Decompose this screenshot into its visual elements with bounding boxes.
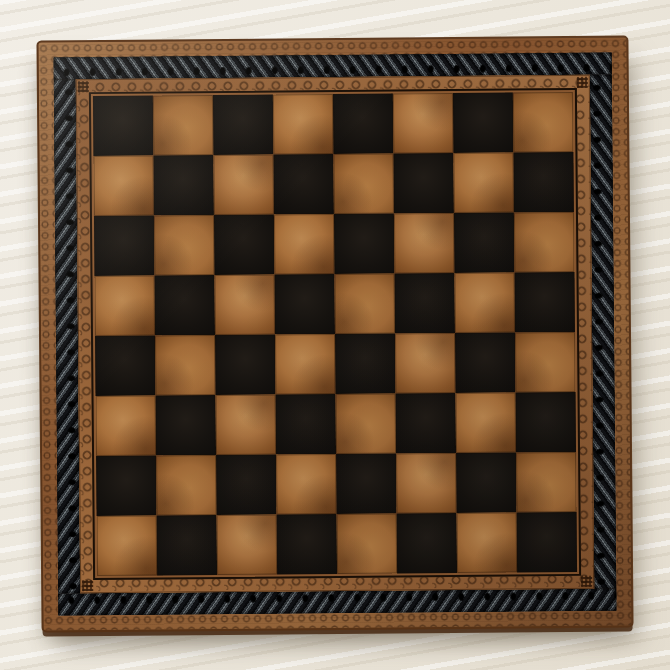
square-f3[interactable] — [396, 393, 457, 454]
square-b8[interactable] — [153, 95, 214, 156]
square-f6[interactable] — [394, 213, 455, 274]
square-a6[interactable] — [94, 216, 155, 277]
square-g3[interactable] — [456, 392, 517, 453]
square-g7[interactable] — [453, 152, 514, 213]
square-f4[interactable] — [395, 333, 456, 394]
square-g4[interactable] — [455, 332, 516, 393]
square-d6[interactable] — [274, 214, 335, 275]
square-d5[interactable] — [274, 274, 335, 335]
square-e6[interactable] — [334, 213, 395, 274]
square-h8[interactable] — [513, 92, 574, 153]
square-f2[interactable] — [396, 453, 457, 514]
square-b3[interactable] — [156, 395, 217, 456]
square-a4[interactable] — [95, 336, 156, 397]
square-a3[interactable] — [96, 396, 157, 457]
square-b2[interactable] — [156, 455, 217, 516]
square-c4[interactable] — [215, 335, 276, 396]
square-c2[interactable] — [216, 455, 277, 516]
maker-stamp-icon — [577, 77, 588, 88]
square-g8[interactable] — [453, 92, 514, 153]
square-a8[interactable] — [93, 96, 154, 157]
maker-stamp-icon — [82, 580, 93, 591]
square-a1[interactable] — [97, 516, 158, 577]
carved-molding-right — [590, 75, 616, 589]
square-h1[interactable] — [517, 512, 578, 573]
square-a7[interactable] — [93, 156, 154, 217]
square-e4[interactable] — [335, 333, 396, 394]
square-b1[interactable] — [157, 515, 218, 576]
square-h4[interactable] — [515, 332, 576, 393]
square-c5[interactable] — [214, 275, 275, 336]
square-f1[interactable] — [397, 513, 458, 574]
square-b4[interactable] — [155, 335, 216, 396]
chess-board — [38, 37, 631, 630]
square-g6[interactable] — [454, 212, 515, 273]
square-g5[interactable] — [454, 272, 515, 333]
square-h7[interactable] — [513, 152, 574, 213]
square-e1[interactable] — [337, 513, 398, 574]
square-e8[interactable] — [333, 93, 394, 154]
square-d4[interactable] — [275, 334, 336, 395]
square-h5[interactable] — [514, 272, 575, 333]
square-c1[interactable] — [217, 515, 278, 576]
square-f8[interactable] — [393, 93, 454, 154]
square-e5[interactable] — [334, 273, 395, 334]
square-d8[interactable] — [273, 94, 334, 155]
square-c3[interactable] — [216, 395, 277, 456]
square-c7[interactable] — [213, 155, 274, 216]
square-g2[interactable] — [456, 452, 517, 513]
square-h6[interactable] — [514, 212, 575, 273]
square-h3[interactable] — [516, 392, 577, 453]
square-b5[interactable] — [154, 275, 215, 336]
maker-stamp-icon — [78, 81, 89, 92]
square-g1[interactable] — [457, 512, 518, 573]
square-d7[interactable] — [273, 154, 334, 215]
square-f5[interactable] — [394, 273, 455, 334]
square-c8[interactable] — [213, 95, 274, 156]
playing-field — [89, 88, 581, 580]
square-a2[interactable] — [96, 456, 157, 517]
square-d2[interactable] — [276, 454, 337, 515]
square-e7[interactable] — [333, 153, 394, 214]
square-d3[interactable] — [276, 394, 337, 455]
square-b6[interactable] — [154, 215, 215, 276]
square-a5[interactable] — [94, 276, 155, 337]
square-c6[interactable] — [214, 215, 275, 276]
square-f7[interactable] — [393, 153, 454, 214]
maker-stamp-icon — [581, 576, 592, 587]
square-b7[interactable] — [153, 155, 214, 216]
square-e2[interactable] — [336, 453, 397, 514]
table-surface — [0, 0, 670, 670]
square-h2[interactable] — [516, 452, 577, 513]
square-d1[interactable] — [277, 514, 338, 575]
square-e3[interactable] — [336, 393, 397, 454]
board-grid — [93, 92, 577, 576]
